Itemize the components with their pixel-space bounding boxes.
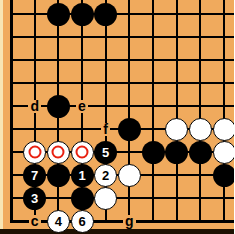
point-c9-r6[interactable]	[189, 118, 212, 141]
point-c6-r10[interactable]: g	[118, 210, 141, 233]
point-c5-r1[interactable]	[94, 3, 117, 26]
go-board: def57123c46g	[0, 0, 234, 234]
point-c2-r10[interactable]: c	[23, 210, 46, 233]
white-stone-move-6[interactable]: 6	[71, 210, 94, 233]
point-c2-r3[interactable]	[23, 49, 46, 72]
move-number: 6	[78, 215, 85, 228]
white-stone-circled[interactable]	[23, 141, 46, 164]
point-c8-r10[interactable]	[165, 210, 188, 233]
point-c10-r2[interactable]	[213, 26, 235, 49]
point-c9-r4[interactable]	[189, 72, 212, 95]
point-c3-r4[interactable]	[47, 72, 70, 95]
point-c4-r2[interactable]	[71, 26, 94, 49]
point-c4-r10[interactable]: 6	[71, 210, 94, 233]
black-stone[interactable]	[94, 3, 117, 26]
point-c8-r1[interactable]	[165, 3, 188, 26]
white-stone[interactable]	[94, 187, 117, 210]
point-c4-r4[interactable]	[71, 72, 94, 95]
point-c7-r3[interactable]	[142, 49, 165, 72]
point-c1-r1[interactable]	[0, 3, 23, 26]
point-c4-r1[interactable]	[71, 3, 94, 26]
point-c10-r7[interactable]	[213, 141, 235, 164]
black-stone-move-1[interactable]: 1	[71, 164, 94, 187]
point-c10-r5[interactable]	[213, 95, 235, 118]
point-c6-r5[interactable]	[118, 95, 141, 118]
point-c1-r2[interactable]	[0, 26, 23, 49]
point-c1-r9[interactable]	[0, 187, 23, 210]
point-c10-r1[interactable]	[213, 3, 235, 26]
point-c8-r4[interactable]	[165, 72, 188, 95]
point-c2-r6[interactable]	[23, 118, 46, 141]
black-stone[interactable]	[47, 3, 70, 26]
point-c9-r1[interactable]	[189, 3, 212, 26]
white-stone-move-4[interactable]: 4	[47, 210, 70, 233]
point-c6-r6[interactable]	[118, 118, 141, 141]
point-c5-r5[interactable]	[94, 95, 117, 118]
white-stone[interactable]	[213, 141, 235, 164]
point-c5-r9[interactable]	[94, 187, 117, 210]
point-c10-r10[interactable]	[213, 210, 235, 233]
point-c7-r10[interactable]	[142, 210, 165, 233]
point-c5-r4[interactable]	[94, 72, 117, 95]
point-c9-r8[interactable]	[189, 164, 212, 187]
point-c1-r4[interactable]	[0, 72, 23, 95]
point-c8-r6[interactable]	[165, 118, 188, 141]
point-c3-r8[interactable]	[47, 164, 70, 187]
white-stone-move-2[interactable]: 2	[94, 164, 117, 187]
white-stone-circled[interactable]	[71, 141, 94, 164]
point-c7-r7[interactable]	[142, 141, 165, 164]
point-c5-r3[interactable]	[94, 49, 117, 72]
point-c4-r7[interactable]	[71, 141, 94, 164]
point-c3-r5[interactable]	[47, 95, 70, 118]
point-c3-r6[interactable]	[47, 118, 70, 141]
point-c1-r6[interactable]	[0, 118, 23, 141]
point-c6-r9[interactable]	[118, 187, 141, 210]
circle-mark-icon	[52, 146, 65, 159]
move-number: 5	[102, 146, 109, 159]
black-stone[interactable]	[165, 141, 188, 164]
point-c3-r7[interactable]	[47, 141, 70, 164]
black-stone[interactable]	[142, 141, 165, 164]
point-c6-r3[interactable]	[118, 49, 141, 72]
move-number: 7	[31, 169, 38, 182]
point-c2-r5[interactable]: d	[23, 95, 46, 118]
point-c6-r7[interactable]	[118, 141, 141, 164]
point-c4-r6[interactable]	[71, 118, 94, 141]
point-c4-r5[interactable]: e	[71, 95, 94, 118]
black-stone-move-5[interactable]: 5	[94, 141, 117, 164]
point-c3-r2[interactable]	[47, 26, 70, 49]
point-c3-r3[interactable]	[47, 49, 70, 72]
point-c7-r8[interactable]	[142, 164, 165, 187]
point-c5-r8[interactable]: 2	[94, 164, 117, 187]
point-c9-r2[interactable]	[189, 26, 212, 49]
point-c8-r5[interactable]	[165, 95, 188, 118]
black-stone[interactable]	[213, 164, 235, 187]
point-c7-r1[interactable]	[142, 3, 165, 26]
point-c8-r2[interactable]	[165, 26, 188, 49]
point-c8-r3[interactable]	[165, 49, 188, 72]
point-c5-r6[interactable]: f	[94, 118, 117, 141]
black-stone[interactable]	[71, 187, 94, 210]
point-c1-r5[interactable]	[0, 95, 23, 118]
point-c6-r4[interactable]	[118, 72, 141, 95]
point-c2-r8[interactable]: 7	[23, 164, 46, 187]
point-c10-r9[interactable]	[213, 187, 235, 210]
point-c2-r2[interactable]	[23, 26, 46, 49]
circle-mark-icon	[28, 146, 41, 159]
point-c3-r1[interactable]	[47, 3, 70, 26]
point-c5-r2[interactable]	[94, 26, 117, 49]
point-c9-r10[interactable]	[189, 210, 212, 233]
point-c1-r8[interactable]	[0, 164, 23, 187]
point-c8-r7[interactable]	[165, 141, 188, 164]
point-c9-r3[interactable]	[189, 49, 212, 72]
point-c10-r4[interactable]	[213, 72, 235, 95]
point-c2-r9[interactable]: 3	[23, 187, 46, 210]
black-stone[interactable]	[47, 164, 70, 187]
point-c5-r7[interactable]: 5	[94, 141, 117, 164]
point-c6-r2[interactable]	[118, 26, 141, 49]
point-c10-r3[interactable]	[213, 49, 235, 72]
move-number: 1	[78, 169, 85, 182]
point-c8-r8[interactable]	[165, 164, 188, 187]
black-stone-move-7[interactable]: 7	[23, 164, 46, 187]
move-number: 3	[31, 192, 38, 205]
move-number: 4	[55, 215, 62, 228]
black-stone[interactable]	[118, 118, 141, 141]
point-c2-r7[interactable]	[23, 141, 46, 164]
point-c1-r10[interactable]	[0, 210, 23, 233]
white-stone[interactable]	[189, 118, 212, 141]
white-stone[interactable]	[118, 164, 141, 187]
point-label-d: d	[28, 100, 41, 113]
point-c4-r3[interactable]	[71, 49, 94, 72]
point-c8-r9[interactable]	[165, 187, 188, 210]
point-c5-r10[interactable]	[94, 210, 117, 233]
black-stone[interactable]	[47, 95, 70, 118]
point-label-g: g	[123, 215, 136, 228]
white-stone[interactable]	[165, 118, 188, 141]
point-c9-r9[interactable]	[189, 187, 212, 210]
point-label-e: e	[76, 100, 88, 113]
point-c4-r8[interactable]: 1	[71, 164, 94, 187]
move-number: 2	[102, 169, 109, 182]
point-label-f: f	[101, 123, 110, 136]
black-stone[interactable]	[189, 141, 212, 164]
point-c6-r1[interactable]	[118, 3, 141, 26]
point-c10-r8[interactable]	[213, 164, 235, 187]
point-c2-r4[interactable]	[23, 72, 46, 95]
black-stone[interactable]	[71, 3, 94, 26]
white-stone-circled[interactable]	[47, 141, 70, 164]
point-c4-r9[interactable]	[71, 187, 94, 210]
point-label-c: c	[29, 215, 41, 228]
point-c3-r9[interactable]	[47, 187, 70, 210]
point-c7-r6[interactable]	[142, 118, 165, 141]
point-c3-r10[interactable]: 4	[47, 210, 70, 233]
point-c9-r5[interactable]	[189, 95, 212, 118]
point-c1-r7[interactable]	[0, 141, 23, 164]
white-stone[interactable]	[213, 118, 235, 141]
point-c7-r4[interactable]	[142, 72, 165, 95]
circle-mark-icon	[76, 146, 89, 159]
point-c7-r9[interactable]	[142, 187, 165, 210]
point-c7-r5[interactable]	[142, 95, 165, 118]
point-c2-r1[interactable]	[23, 3, 46, 26]
point-c9-r7[interactable]	[189, 141, 212, 164]
point-c6-r8[interactable]	[118, 164, 141, 187]
black-stone-move-3[interactable]: 3	[23, 187, 46, 210]
point-c10-r6[interactable]	[213, 118, 235, 141]
point-c7-r2[interactable]	[142, 26, 165, 49]
point-c1-r3[interactable]	[0, 49, 23, 72]
